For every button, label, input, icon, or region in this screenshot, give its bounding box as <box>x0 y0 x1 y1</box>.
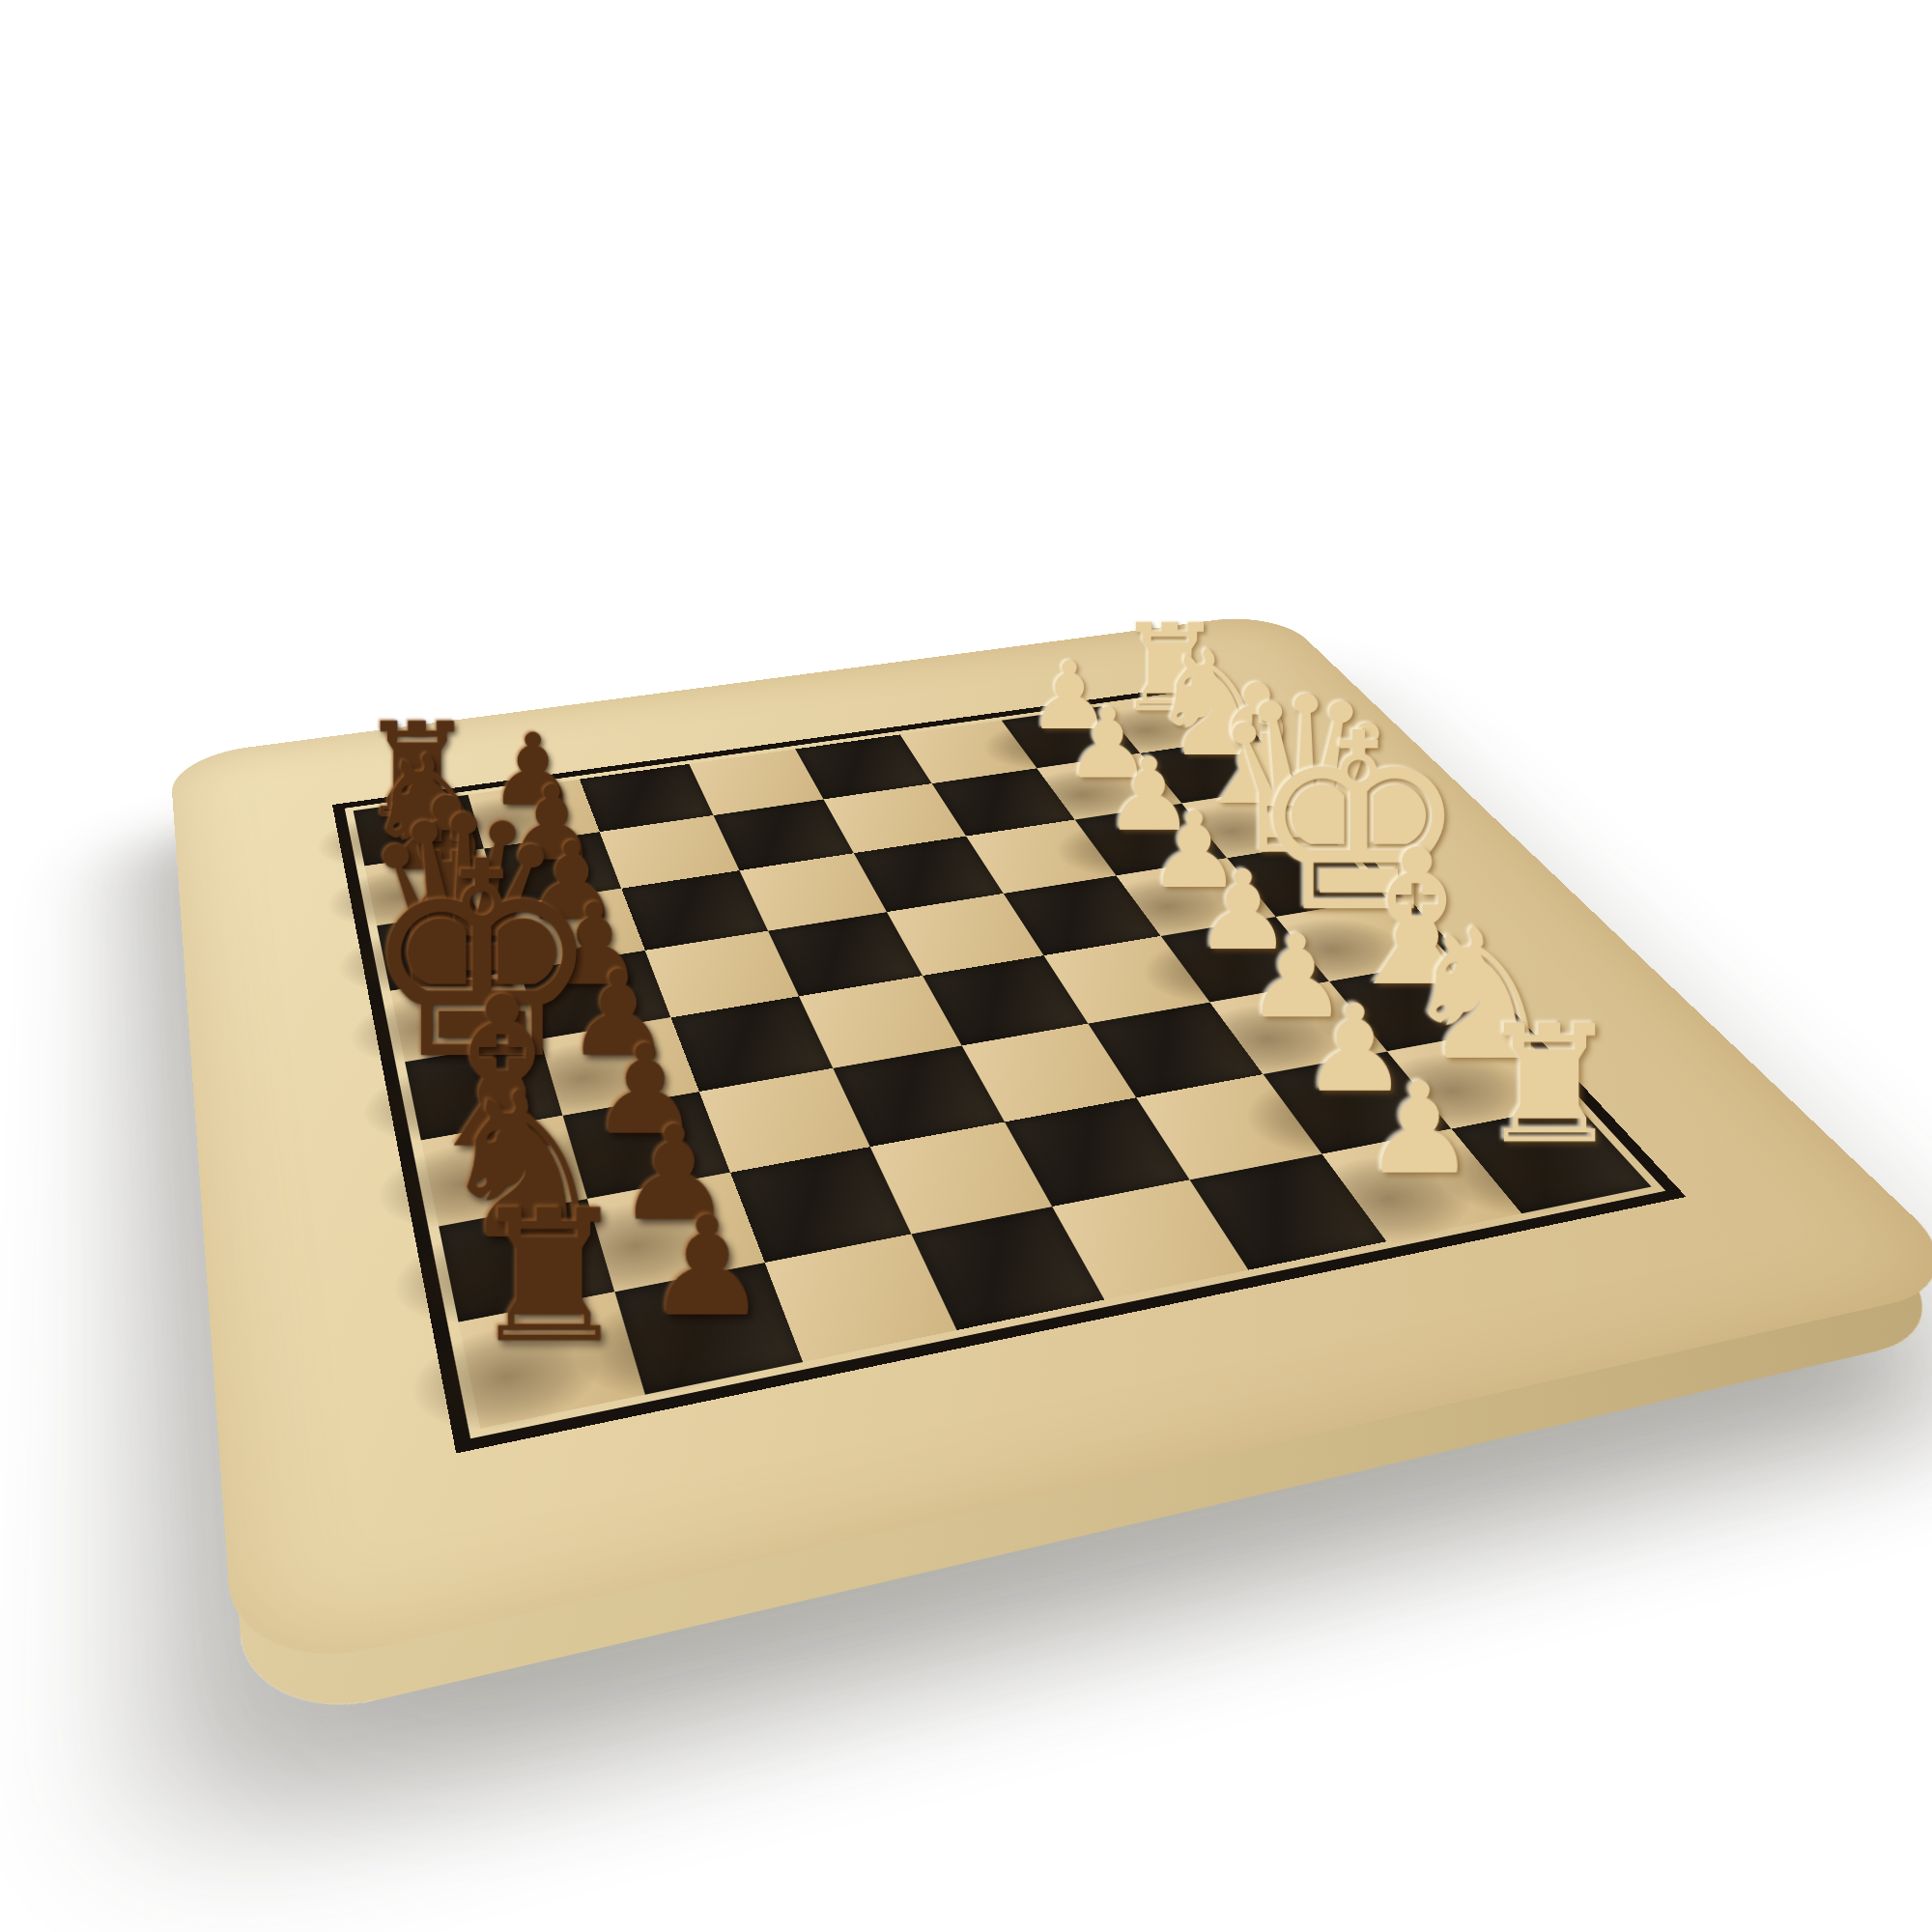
white-pawn[interactable]: ♟ <box>1363 1065 1476 1192</box>
white-rook[interactable]: ♜ <box>1477 1004 1623 1166</box>
chess-board: ♜♟♟♜♞♟♟♞♝♟♟♝♛♟♟♛♚♟♟♚♝♟♟♝♞♟♟♞♜♟♟♜ <box>169 611 1932 1679</box>
square-h1[interactable]: ♜ <box>1451 1104 1652 1213</box>
black-rook[interactable]: ♜ <box>469 1185 632 1367</box>
black-pawn[interactable]: ♟ <box>645 1199 768 1336</box>
product-photo-stage: ♜♟♟♜♞♟♟♞♝♟♟♝♛♟♟♛♚♟♟♚♝♟♟♝♞♟♟♞♜♟♟♜ <box>0 0 1932 1932</box>
